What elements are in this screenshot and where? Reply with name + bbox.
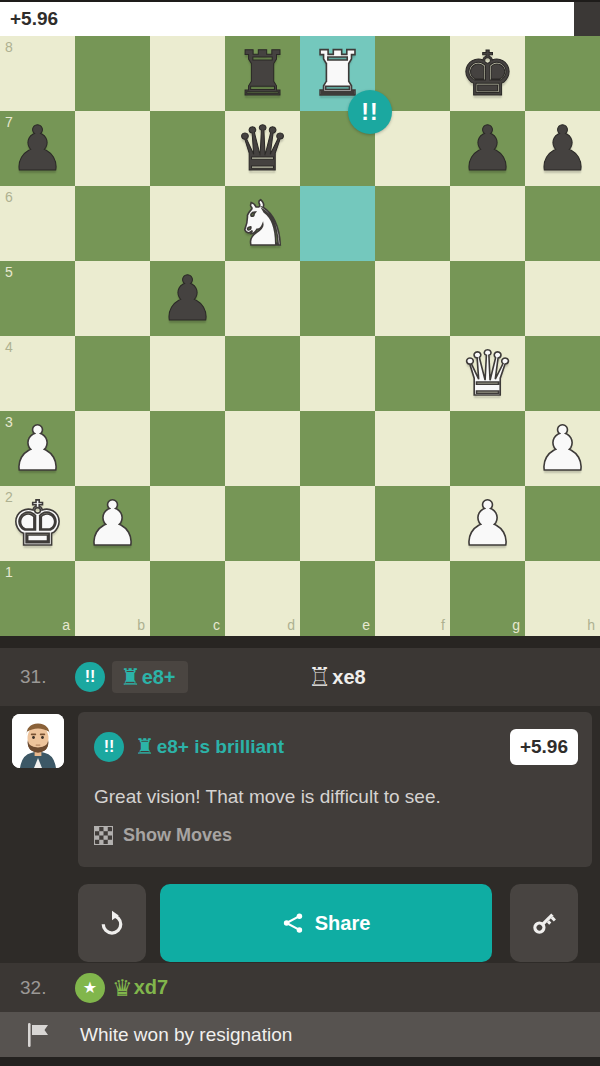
black-pawn: ♟ (0, 111, 75, 186)
square-b3[interactable] (75, 411, 150, 486)
black-rook: ♜ (225, 36, 300, 111)
square-g7[interactable]: ♟ (450, 111, 525, 186)
key-button[interactable] (510, 884, 578, 962)
show-moves-label: Show Moves (123, 825, 232, 846)
square-c3[interactable] (150, 411, 225, 486)
white-queen: ♛ (450, 336, 525, 411)
white-knight: ♞ (225, 186, 300, 261)
black-king: ♚ (450, 36, 525, 111)
white-pawn: ♟ (75, 486, 150, 561)
square-a3[interactable]: 3♟ (0, 411, 75, 486)
square-b1[interactable]: b (75, 561, 150, 636)
share-label: Share (315, 912, 371, 935)
square-g6[interactable] (450, 186, 525, 261)
square-a4[interactable]: 4 (0, 336, 75, 411)
move-san: e8+ (142, 666, 176, 689)
black-pawn: ♟ (450, 111, 525, 186)
black-pawn: ♟ (525, 111, 600, 186)
file-label-d: d (287, 617, 295, 633)
square-g5[interactable] (450, 261, 525, 336)
square-h5[interactable] (525, 261, 600, 336)
show-moves-button[interactable]: Show Moves (94, 825, 578, 846)
eval-bar-black-segment (574, 2, 600, 36)
square-b5[interactable] (75, 261, 150, 336)
rank-label-8: 8 (5, 39, 13, 55)
white-king: ♚ (0, 486, 75, 561)
square-h8[interactable] (525, 36, 600, 111)
black-queen: ♛ (225, 111, 300, 186)
rook-icon: ♜ (135, 735, 155, 759)
eval-bar: +5.96 (0, 0, 600, 36)
white-pawn: ♟ (525, 411, 600, 486)
avatar-illustration (12, 714, 64, 768)
best-move-badge-icon: ★ (75, 973, 105, 1003)
square-h3[interactable]: ♟ (525, 411, 600, 486)
square-d5[interactable] (225, 261, 300, 336)
square-d6[interactable]: ♞ (225, 186, 300, 261)
move-san: xd7 (134, 976, 168, 999)
square-d3[interactable] (225, 411, 300, 486)
file-label-g: g (512, 617, 520, 633)
file-label-f: f (441, 617, 445, 633)
square-e2[interactable] (300, 486, 375, 561)
game-result-bar: White won by resignation (0, 1012, 600, 1057)
white-pawn: ♟ (0, 411, 75, 486)
square-e3[interactable] (300, 411, 375, 486)
square-c1[interactable]: c (150, 561, 225, 636)
black-pawn: ♟ (150, 261, 225, 336)
move-row-31: 31. !! ♜ e8+ ♖ xe8 (0, 648, 600, 706)
square-h1[interactable]: h (525, 561, 600, 636)
flag-icon (24, 1020, 52, 1050)
square-a1[interactable]: 1a (0, 561, 75, 636)
card-title-text: e8+ is brilliant (157, 736, 284, 758)
square-f6[interactable] (375, 186, 450, 261)
square-d2[interactable] (225, 486, 300, 561)
move-white-31[interactable]: ♜ e8+ (112, 661, 188, 693)
eval-score: +5.96 (10, 8, 58, 30)
rank-label-5: 5 (5, 264, 13, 280)
square-a5[interactable]: 5 (0, 261, 75, 336)
square-h2[interactable] (525, 486, 600, 561)
retry-button[interactable] (78, 884, 146, 962)
square-c6[interactable] (150, 186, 225, 261)
square-h7[interactable]: ♟ (525, 111, 600, 186)
eval-badge: +5.96 (510, 729, 578, 765)
move-feedback-card: !! ♜ e8+ is brilliant +5.96 Great vision… (78, 712, 592, 867)
move-black-31[interactable]: ♖ xe8 (308, 665, 366, 689)
analysis-screen: +5.96 !! 8♜♜♚7♟♛♟♟6♞5♟4♛3♟♟2♚♟♟1abcdefgh… (0, 0, 600, 1066)
rook-outline-icon: ♖ (308, 665, 331, 689)
white-pawn: ♟ (450, 486, 525, 561)
chess-board[interactable]: !! 8♜♜♚7♟♛♟♟6♞5♟4♛3♟♟2♚♟♟1abcdefgh (0, 36, 600, 636)
square-a8[interactable]: 8 (0, 36, 75, 111)
square-d1[interactable]: d (225, 561, 300, 636)
square-c2[interactable] (150, 486, 225, 561)
refresh-icon (97, 908, 127, 938)
square-f5[interactable] (375, 261, 450, 336)
square-c4[interactable] (150, 336, 225, 411)
move-white-32[interactable]: ♛ xd7 (112, 972, 168, 1004)
square-g4[interactable]: ♛ (450, 336, 525, 411)
key-icon (529, 908, 559, 938)
rank-label-4: 4 (5, 339, 13, 355)
card-title: ♜ e8+ is brilliant (135, 735, 510, 759)
player-avatar (12, 714, 64, 768)
brilliant-badge-icon: !! (94, 732, 124, 762)
square-e6[interactable] (300, 186, 375, 261)
square-c7[interactable] (150, 111, 225, 186)
square-h6[interactable] (525, 186, 600, 261)
square-g3[interactable] (450, 411, 525, 486)
brilliant-badge: !! (348, 90, 392, 134)
square-a2[interactable]: 2♚ (0, 486, 75, 561)
analysis-panel: !! ♜ e8+ is brilliant +5.96 Great vision… (0, 706, 600, 965)
rank-label-6: 6 (5, 189, 13, 205)
square-f4[interactable] (375, 336, 450, 411)
square-e1[interactable]: e (300, 561, 375, 636)
file-label-e: e (362, 617, 370, 633)
move-row-32: 32. ★ ♛ xd7 (0, 963, 600, 1012)
square-a7[interactable]: 7♟ (0, 111, 75, 186)
square-b4[interactable] (75, 336, 150, 411)
square-g8[interactable]: ♚ (450, 36, 525, 111)
square-e5[interactable] (300, 261, 375, 336)
square-b8[interactable] (75, 36, 150, 111)
coach-message: Great vision! That move is difficult to … (94, 786, 578, 808)
move-san: xe8 (332, 666, 365, 689)
file-label-a: a (62, 617, 70, 633)
move-number: 31. (20, 666, 75, 688)
square-g1[interactable]: g (450, 561, 525, 636)
square-g2[interactable]: ♟ (450, 486, 525, 561)
game-result-text: White won by resignation (80, 1024, 292, 1046)
share-icon (282, 912, 304, 934)
square-b6[interactable] (75, 186, 150, 261)
file-label-b: b (137, 617, 145, 633)
square-d7[interactable]: ♛ (225, 111, 300, 186)
square-f3[interactable] (375, 411, 450, 486)
rank-label-1: 1 (5, 564, 13, 580)
queen-icon: ♛ (112, 976, 133, 1000)
file-label-h: h (587, 617, 595, 633)
square-a6[interactable]: 6 (0, 186, 75, 261)
square-b2[interactable]: ♟ (75, 486, 150, 561)
square-e4[interactable] (300, 336, 375, 411)
square-d4[interactable] (225, 336, 300, 411)
file-label-c: c (213, 617, 220, 633)
square-b7[interactable] (75, 111, 150, 186)
square-f1[interactable]: f (375, 561, 450, 636)
share-button[interactable]: Share (160, 884, 492, 962)
rook-icon: ♜ (120, 665, 141, 689)
square-c5[interactable]: ♟ (150, 261, 225, 336)
card-header: !! ♜ e8+ is brilliant +5.96 (94, 729, 578, 765)
square-d8[interactable]: ♜ (225, 36, 300, 111)
bottom-strip (0, 1057, 600, 1066)
move-number: 32. (20, 977, 75, 999)
brilliant-badge-icon: !! (75, 662, 105, 692)
square-f2[interactable] (375, 486, 450, 561)
square-h4[interactable] (525, 336, 600, 411)
checkerboard-icon (94, 826, 113, 845)
square-c8[interactable] (150, 36, 225, 111)
